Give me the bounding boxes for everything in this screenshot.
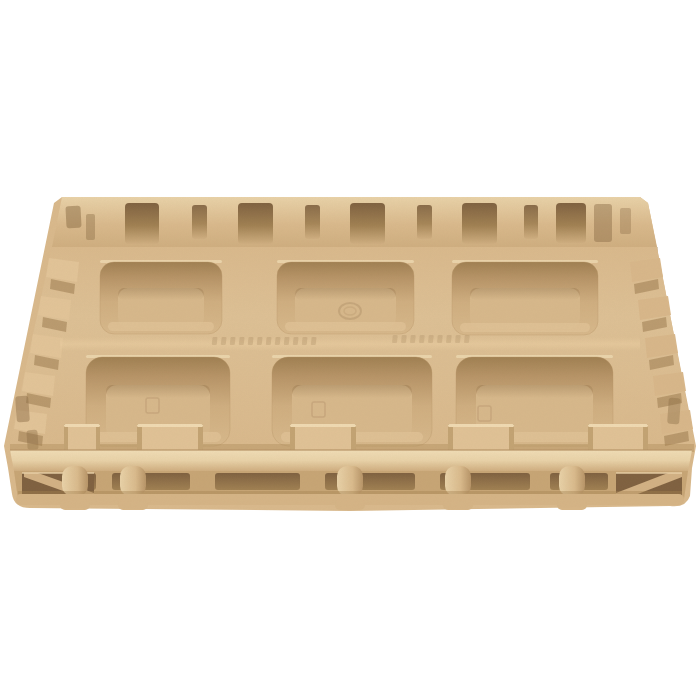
product-photo-stage: Three-quarter overhead product photo of … (0, 0, 700, 700)
pulp-tray (0, 190, 700, 515)
fiber-texture (0, 190, 700, 515)
pulp-tray-illustration (0, 0, 700, 700)
